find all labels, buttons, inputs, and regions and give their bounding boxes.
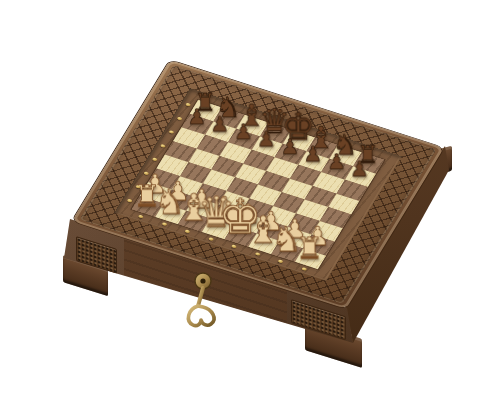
product-photo-chess-box: ♜♞♝♛♚♝♞♜♟♟♟♟♟♟♟♟♟♟♟♟♟♟♟♟♜♞♝♛♚♝♞♜ <box>0 0 500 400</box>
drawer-lock-and-key[interactable] <box>183 266 227 334</box>
white-rook-h1[interactable]: ♜ <box>278 234 342 262</box>
key-icon <box>183 266 227 334</box>
